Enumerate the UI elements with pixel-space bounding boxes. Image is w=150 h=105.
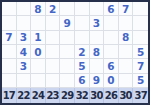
grid-cell[interactable]: 5: [75, 59, 90, 73]
grid-cell[interactable]: 9: [60, 16, 75, 30]
column-total-cell: 32: [75, 88, 90, 103]
grid-cell[interactable]: [46, 59, 61, 73]
grid-cell[interactable]: 2: [75, 45, 90, 59]
grid-cell[interactable]: [60, 2, 75, 16]
grid-cell[interactable]: 1: [31, 31, 46, 45]
grid-cell[interactable]: [60, 31, 75, 45]
column-total-cell: 24: [31, 88, 46, 103]
grid-cell[interactable]: [2, 45, 17, 59]
grid-cell[interactable]: [2, 2, 17, 16]
grid-cell[interactable]: [75, 2, 90, 16]
grid-cell[interactable]: [119, 74, 134, 88]
grid-cell[interactable]: 0: [104, 74, 119, 88]
grid-cell[interactable]: 6: [75, 74, 90, 88]
grid-cell[interactable]: [104, 16, 119, 30]
grid-cell[interactable]: 8: [90, 45, 105, 59]
grid-cell[interactable]: 7: [119, 2, 134, 16]
grid-cell[interactable]: [119, 45, 134, 59]
grid-cell[interactable]: 5: [133, 74, 148, 88]
grid-cell[interactable]: [46, 31, 61, 45]
grid-cell[interactable]: 8: [31, 2, 46, 16]
grid-cell[interactable]: 3: [17, 31, 32, 45]
grid-cell[interactable]: [2, 59, 17, 73]
column-total-cell: 23: [46, 88, 61, 103]
grid-cell[interactable]: 3: [90, 16, 105, 30]
grid-cell[interactable]: [133, 31, 148, 45]
grid-cell[interactable]: [60, 59, 75, 73]
grid-cell[interactable]: [46, 45, 61, 59]
grid-cell[interactable]: [104, 31, 119, 45]
grid-cell[interactable]: 2: [46, 2, 61, 16]
grid-cell[interactable]: 4: [17, 45, 32, 59]
grid-cell[interactable]: [60, 74, 75, 88]
grid-cell[interactable]: [60, 45, 75, 59]
grid-cell[interactable]: 7: [2, 31, 17, 45]
grid-cell[interactable]: [133, 2, 148, 16]
column-total-cell: 26: [104, 88, 119, 103]
column-total-cell: 30: [90, 88, 105, 103]
grid-cell[interactable]: [104, 45, 119, 59]
grid-cell[interactable]: [90, 59, 105, 73]
grid-cell[interactable]: [2, 16, 17, 30]
grid-cell[interactable]: [90, 2, 105, 16]
grid-cell[interactable]: [90, 31, 105, 45]
grid-cell[interactable]: 6: [104, 2, 119, 16]
column-total-cell: 17: [2, 88, 17, 103]
column-total-cell: 22: [17, 88, 32, 103]
grid-cell[interactable]: [75, 16, 90, 30]
grid-cell[interactable]: 6: [104, 59, 119, 73]
grid-cell[interactable]: 3: [17, 59, 32, 73]
grid-cell[interactable]: 9: [90, 74, 105, 88]
grid-cell[interactable]: [75, 31, 90, 45]
grid-cell[interactable]: [17, 74, 32, 88]
grid-cell[interactable]: 8: [119, 31, 134, 45]
grid-cell[interactable]: [133, 16, 148, 30]
grid-cell[interactable]: [46, 74, 61, 88]
grid-cell[interactable]: 7: [133, 59, 148, 73]
grid-cell[interactable]: [31, 16, 46, 30]
column-total-cell: 30: [119, 88, 134, 103]
column-total-cell: 29: [60, 88, 75, 103]
grid-cell[interactable]: [17, 2, 32, 16]
grid-cell[interactable]: 5: [133, 45, 148, 59]
column-total-cell: 37: [133, 88, 148, 103]
puzzle-grid: 8267937318402853567690517222423293230263…: [2, 2, 148, 103]
grid-cell[interactable]: [46, 16, 61, 30]
grid-cell[interactable]: [119, 59, 134, 73]
grid-cell[interactable]: [17, 16, 32, 30]
column-sum-board: 8267937318402853567690517222423293230263…: [0, 0, 150, 105]
grid-cell[interactable]: 0: [31, 45, 46, 59]
grid-cell[interactable]: [119, 16, 134, 30]
grid-cell[interactable]: [31, 59, 46, 73]
grid-cell[interactable]: [2, 74, 17, 88]
grid-cell[interactable]: [31, 74, 46, 88]
